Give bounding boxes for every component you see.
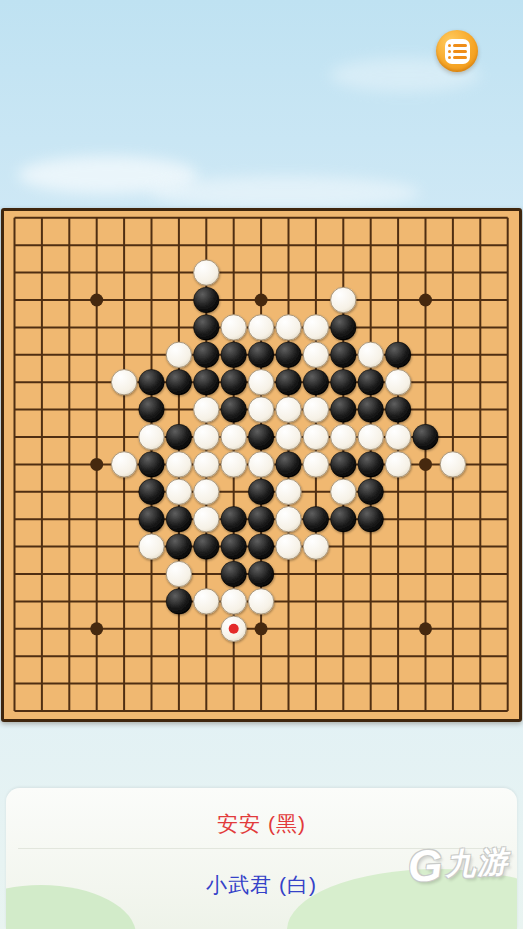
stone-white bbox=[276, 479, 301, 504]
stone-white bbox=[331, 479, 356, 504]
stone-black bbox=[221, 534, 246, 559]
stone-white bbox=[248, 452, 273, 477]
stone-white bbox=[166, 561, 191, 586]
stone-black bbox=[221, 342, 246, 367]
stone-black bbox=[194, 342, 219, 367]
star-point bbox=[90, 458, 103, 471]
stone-black bbox=[331, 452, 356, 477]
stone-black bbox=[194, 534, 219, 559]
stone-black bbox=[194, 370, 219, 395]
stone-black bbox=[221, 561, 246, 586]
stone-black bbox=[166, 424, 191, 449]
stone-black bbox=[331, 342, 356, 367]
list-menu-icon bbox=[445, 39, 470, 64]
stone-white bbox=[111, 370, 136, 395]
stone-white bbox=[139, 424, 164, 449]
stone-white bbox=[276, 424, 301, 449]
go-board[interactable] bbox=[1, 208, 522, 722]
stone-black bbox=[413, 424, 438, 449]
stone-white bbox=[194, 452, 219, 477]
stone-white bbox=[221, 452, 246, 477]
stone-white bbox=[385, 370, 410, 395]
app-screen: 安安 (黑) 小武君 (白) G 九游 bbox=[0, 0, 523, 929]
stone-black bbox=[358, 397, 383, 422]
stone-white bbox=[303, 424, 328, 449]
stone-black bbox=[276, 342, 301, 367]
stone-black bbox=[221, 370, 246, 395]
stone-black bbox=[331, 507, 356, 532]
stone-white bbox=[303, 452, 328, 477]
stone-white bbox=[276, 315, 301, 340]
stone-white bbox=[194, 424, 219, 449]
stone-black bbox=[303, 370, 328, 395]
stone-black bbox=[221, 397, 246, 422]
stone-black bbox=[139, 370, 164, 395]
last-move-marker bbox=[229, 624, 239, 634]
stone-black bbox=[276, 370, 301, 395]
stone-black bbox=[303, 507, 328, 532]
black-player-label: 安安 (黑) bbox=[6, 810, 517, 838]
stone-white bbox=[194, 589, 219, 614]
stone-black bbox=[248, 424, 273, 449]
stone-black bbox=[166, 507, 191, 532]
stone-white bbox=[194, 479, 219, 504]
stone-black bbox=[358, 507, 383, 532]
stone-white bbox=[194, 260, 219, 285]
stone-black bbox=[139, 479, 164, 504]
cloud bbox=[150, 176, 420, 210]
stone-white bbox=[276, 507, 301, 532]
stone-white bbox=[303, 315, 328, 340]
star-point bbox=[419, 294, 432, 307]
stone-white bbox=[331, 424, 356, 449]
stone-black bbox=[331, 370, 356, 395]
stone-black bbox=[358, 370, 383, 395]
stone-white bbox=[303, 397, 328, 422]
stone-black bbox=[385, 397, 410, 422]
stone-black bbox=[194, 315, 219, 340]
stone-black bbox=[248, 342, 273, 367]
stone-white bbox=[221, 315, 246, 340]
stone-white bbox=[166, 342, 191, 367]
stone-white bbox=[358, 424, 383, 449]
stone-white bbox=[303, 342, 328, 367]
star-point bbox=[419, 458, 432, 471]
stone-white bbox=[303, 534, 328, 559]
jiuyou-watermark: G 九游 bbox=[407, 839, 510, 888]
menu-button[interactable] bbox=[436, 30, 478, 72]
stone-black bbox=[139, 397, 164, 422]
stone-black bbox=[358, 479, 383, 504]
stone-black bbox=[139, 452, 164, 477]
stone-white bbox=[248, 589, 273, 614]
stone-black bbox=[331, 397, 356, 422]
stone-white bbox=[139, 534, 164, 559]
star-point bbox=[255, 622, 268, 635]
stone-white bbox=[221, 589, 246, 614]
stone-white bbox=[248, 370, 273, 395]
star-point bbox=[419, 622, 432, 635]
jiuyou-logo-glyph: G bbox=[407, 843, 443, 889]
stone-black bbox=[248, 561, 273, 586]
stone-black bbox=[194, 287, 219, 312]
board-grid bbox=[4, 211, 519, 719]
stone-white bbox=[248, 315, 273, 340]
stone-white bbox=[440, 452, 465, 477]
stone-white bbox=[166, 452, 191, 477]
stone-white bbox=[194, 507, 219, 532]
star-point bbox=[90, 294, 103, 307]
jiuyou-logo-text: 九游 bbox=[444, 841, 510, 885]
stone-black bbox=[139, 507, 164, 532]
stone-black bbox=[166, 370, 191, 395]
stone-black bbox=[331, 315, 356, 340]
star-point bbox=[255, 294, 268, 307]
stone-black bbox=[358, 452, 383, 477]
stone-white bbox=[166, 479, 191, 504]
stone-white bbox=[248, 397, 273, 422]
stone-black bbox=[166, 589, 191, 614]
stone-white bbox=[385, 424, 410, 449]
stone-white bbox=[221, 424, 246, 449]
stone-black bbox=[248, 479, 273, 504]
stone-white bbox=[111, 452, 136, 477]
stone-black bbox=[248, 507, 273, 532]
stone-black bbox=[385, 342, 410, 367]
players-panel: 安安 (黑) 小武君 (白) G 九游 bbox=[6, 788, 517, 929]
star-point bbox=[90, 622, 103, 635]
stone-white bbox=[276, 534, 301, 559]
stone-white bbox=[331, 287, 356, 312]
stone-white bbox=[194, 397, 219, 422]
stone-black bbox=[248, 534, 273, 559]
stone-white bbox=[385, 452, 410, 477]
stone-black bbox=[166, 534, 191, 559]
stone-white bbox=[358, 342, 383, 367]
stone-black bbox=[221, 507, 246, 532]
stone-white bbox=[276, 397, 301, 422]
stone-black bbox=[276, 452, 301, 477]
